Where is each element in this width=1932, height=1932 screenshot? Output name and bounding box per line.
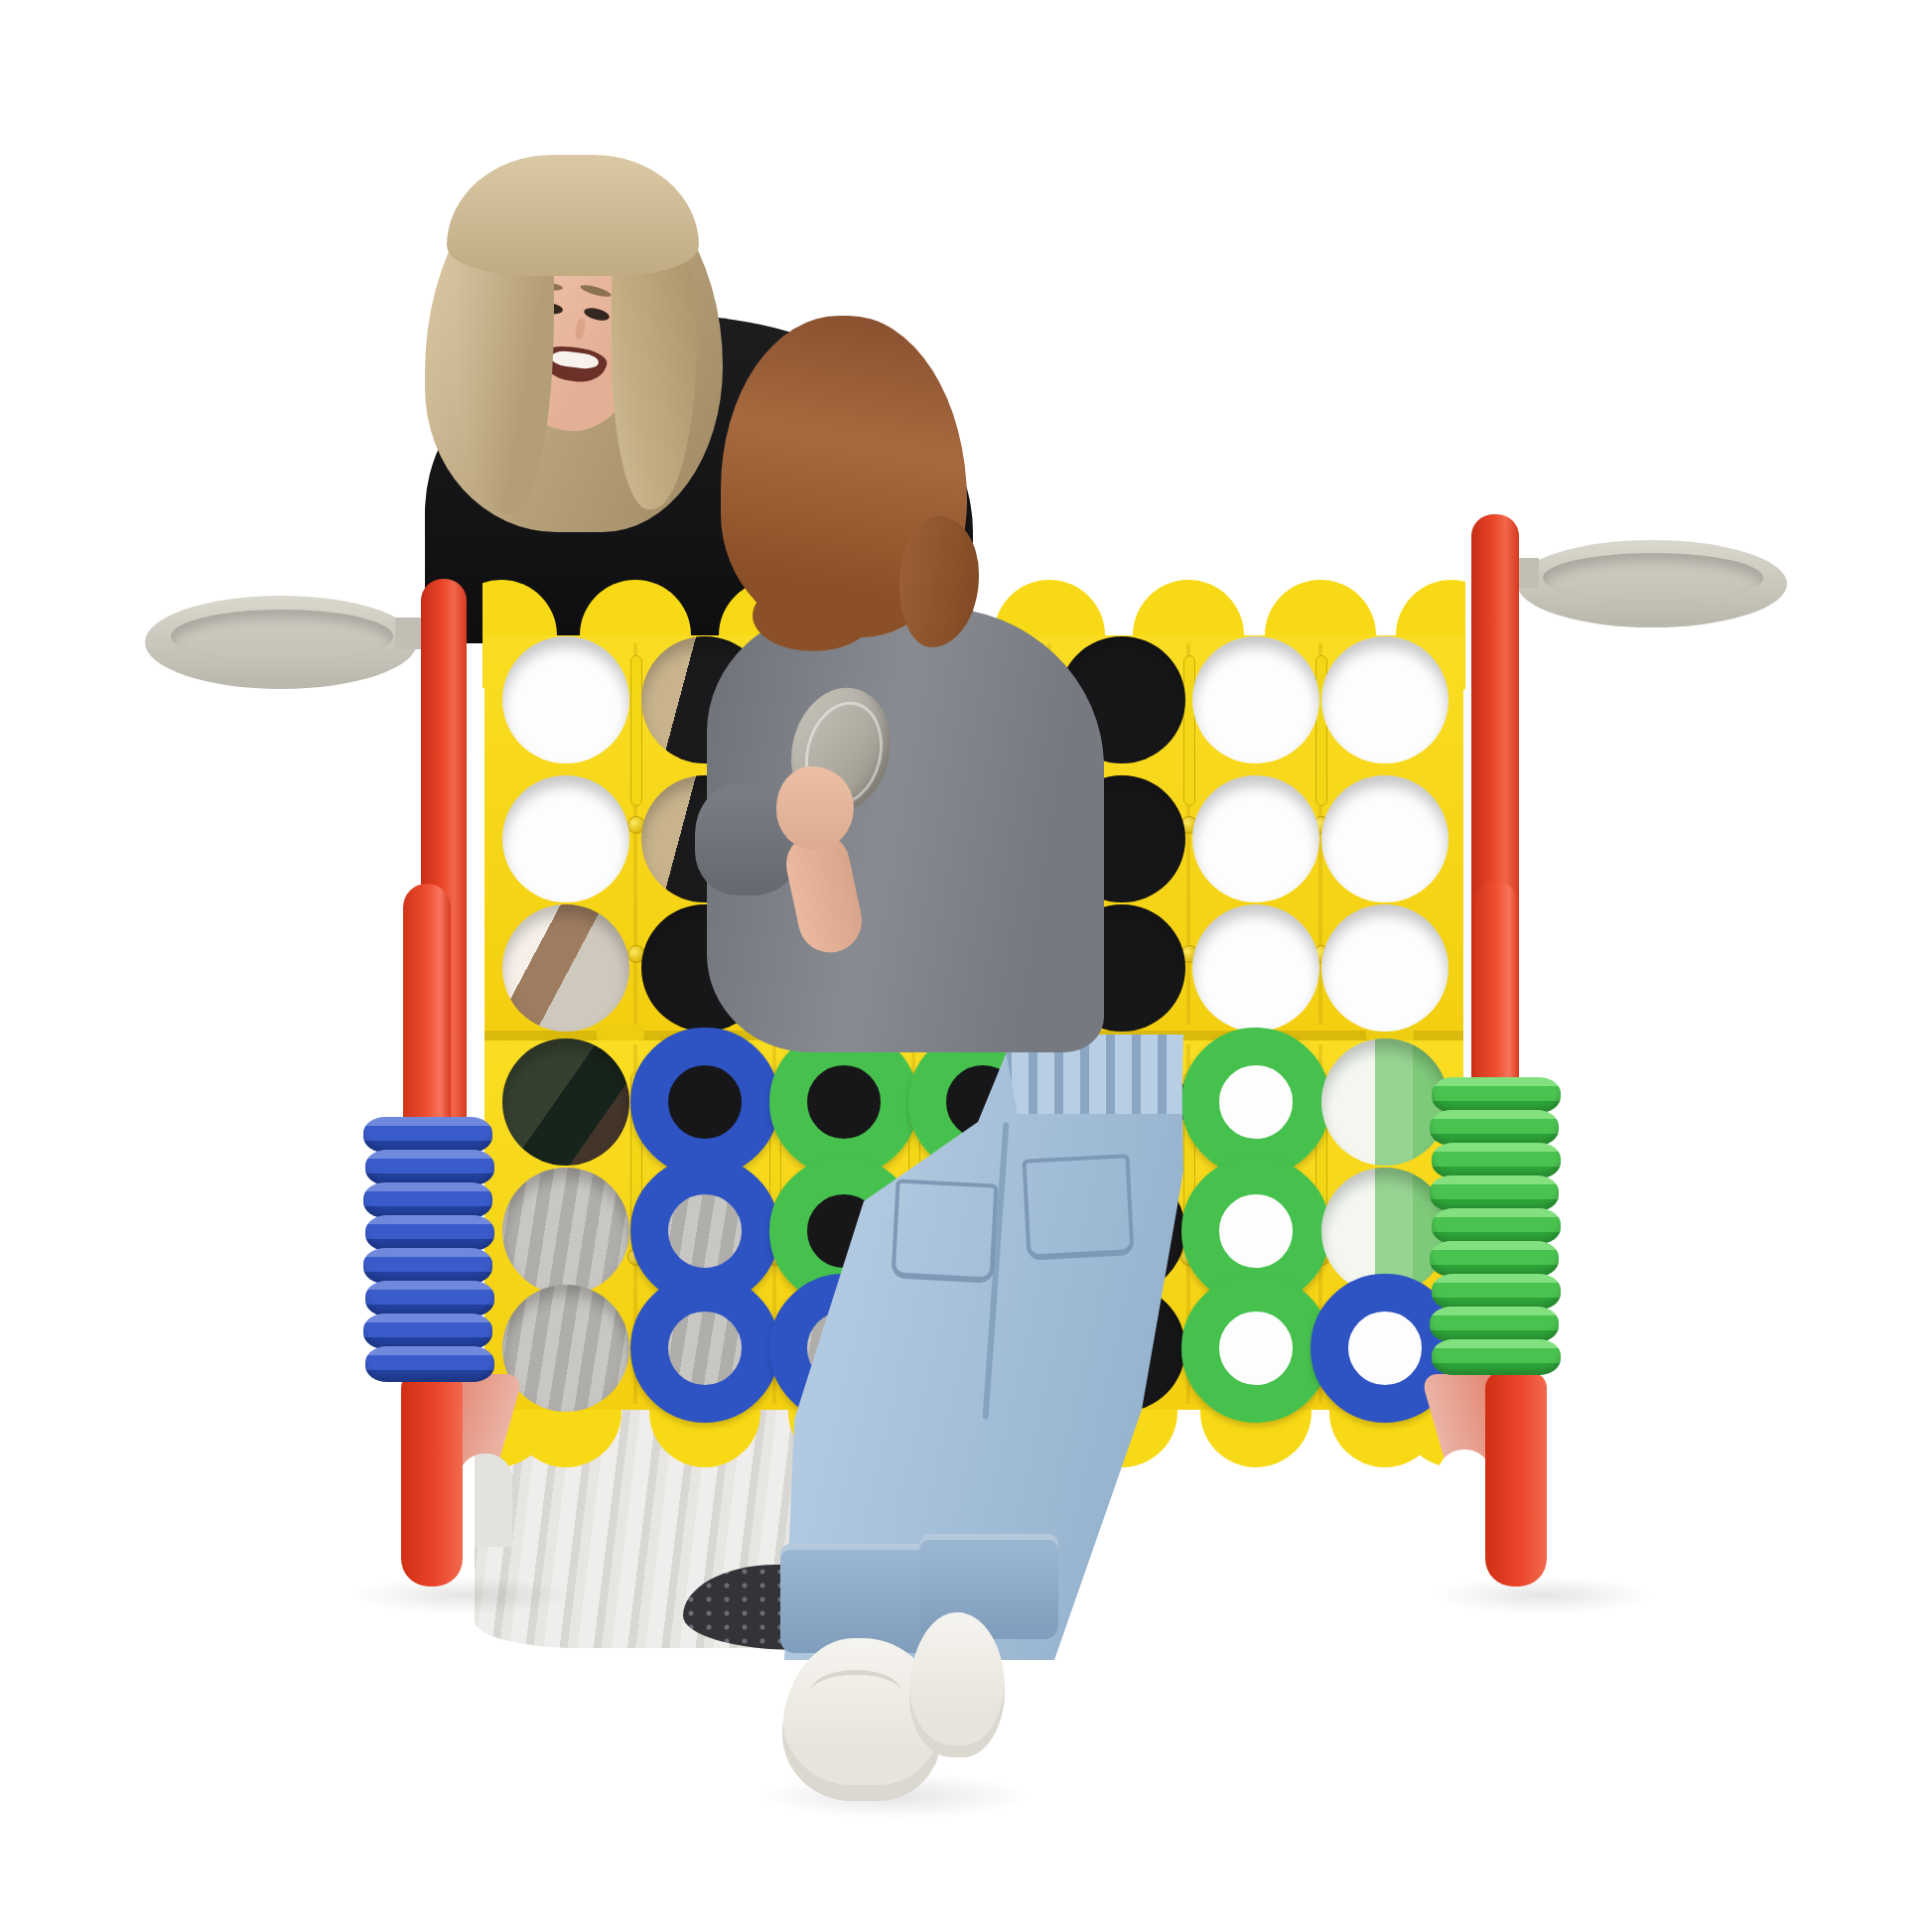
hole-r1c7 (1321, 636, 1449, 763)
frame-foot-right-arch (1438, 1449, 1491, 1545)
ring-blue-r6c2 (630, 1274, 779, 1423)
spare-ring-pole-right (1473, 882, 1519, 1082)
frame-foot-right (1485, 1372, 1547, 1587)
spare-ring-blue (365, 1150, 494, 1185)
child-jeans-pocket (1022, 1154, 1134, 1261)
hole-r2c7 (1321, 775, 1449, 902)
spare-ring-stack-blue (363, 1117, 494, 1390)
child-jeans-pocket (891, 1178, 998, 1283)
woman-hair-top (447, 155, 699, 276)
divider-slot (1183, 655, 1195, 806)
spare-ring-blue (363, 1182, 492, 1218)
spare-ring-blue (363, 1248, 492, 1284)
spare-ring-green (1430, 1307, 1559, 1342)
spare-ring-pole-left (403, 884, 451, 1124)
child-jeans-cuff (780, 1544, 931, 1653)
spare-ring-blue (363, 1313, 492, 1349)
child-hair-curl (753, 580, 874, 651)
spare-ring-green (1430, 1175, 1559, 1211)
cup-tray-left-bowl (171, 610, 393, 663)
spare-ring-green (1432, 1274, 1561, 1310)
hole-r3c6 (1192, 904, 1319, 1032)
hole-r6c1 (502, 1285, 629, 1412)
divider-slot (630, 655, 642, 806)
spare-ring-stack-green (1430, 1077, 1561, 1383)
frame-foot-left-arch (459, 1453, 512, 1547)
spare-ring-green (1430, 1241, 1559, 1277)
spare-ring-green (1432, 1143, 1561, 1178)
hole-r5c1 (502, 1168, 629, 1295)
hole-r3c7 (1321, 904, 1449, 1032)
cup-tray-right-bowl (1543, 553, 1763, 603)
hole-r1c6 (1192, 636, 1319, 763)
hole-r1c1 (502, 636, 629, 763)
ring-green-r6c6 (1181, 1274, 1330, 1423)
product-photo-giant-connect-four (0, 0, 1932, 1932)
spare-ring-green (1432, 1208, 1561, 1244)
spare-ring-blue (365, 1215, 494, 1251)
child-hand (776, 766, 854, 850)
ring-blue-r4c2 (630, 1028, 779, 1176)
sneaker-lace (810, 1670, 901, 1715)
spare-ring-blue (365, 1281, 494, 1316)
hole-r3c1 (502, 904, 629, 1032)
spare-ring-green (1432, 1077, 1561, 1113)
child-sneaker (909, 1612, 1005, 1757)
spare-ring-green (1432, 1339, 1561, 1375)
floor-shadow (1434, 1577, 1652, 1614)
spare-ring-green (1430, 1110, 1559, 1146)
spare-ring-blue (365, 1346, 494, 1382)
floor-shadow (353, 1577, 572, 1614)
hole-r2c6 (1192, 775, 1319, 902)
frame-foot-left (401, 1372, 463, 1587)
hole-r2c1 (502, 775, 629, 902)
ring-green-r4c6 (1181, 1028, 1330, 1176)
seam-tab (597, 1025, 644, 1040)
hole-r4c1 (502, 1038, 629, 1166)
spare-ring-blue (363, 1117, 492, 1153)
